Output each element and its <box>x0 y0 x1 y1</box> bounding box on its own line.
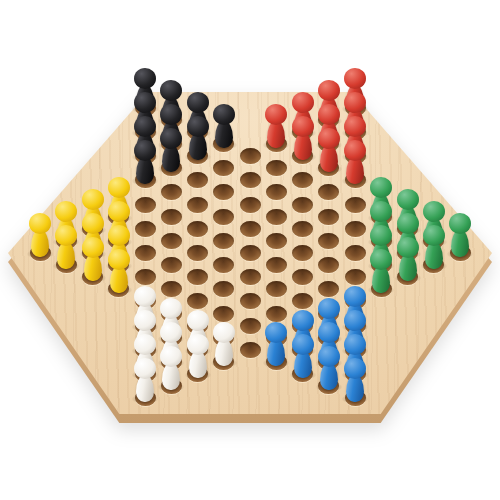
peg-red[interactable] <box>342 140 368 186</box>
peg-yellow[interactable] <box>53 225 79 271</box>
peg-body <box>215 121 233 148</box>
peg-head <box>160 104 182 125</box>
board-hole[interactable] <box>318 233 339 249</box>
board-hole[interactable] <box>266 209 287 225</box>
peg-blue[interactable] <box>342 358 368 404</box>
peg-white[interactable] <box>158 346 184 392</box>
peg-green[interactable] <box>421 225 447 271</box>
peg-head <box>423 201 445 222</box>
peg-head <box>213 322 235 343</box>
peg-body <box>189 133 207 160</box>
peg-body <box>110 266 128 293</box>
board-hole[interactable] <box>345 197 366 213</box>
peg-head <box>292 334 314 355</box>
peg-body <box>31 230 49 257</box>
board-hole[interactable] <box>240 197 261 213</box>
peg-head <box>318 80 340 101</box>
board-hole[interactable] <box>213 233 234 249</box>
board-hole[interactable] <box>318 209 339 225</box>
peg-blue[interactable] <box>316 346 342 392</box>
peg-head <box>213 104 235 125</box>
peg-body <box>267 121 285 148</box>
peg-white[interactable] <box>132 358 158 404</box>
board-hole[interactable] <box>345 269 366 285</box>
peg-black[interactable] <box>158 128 184 174</box>
peg-body <box>425 242 443 269</box>
peg-red[interactable] <box>316 128 342 174</box>
peg-body <box>267 339 285 366</box>
peg-head <box>344 286 366 307</box>
board-hole[interactable] <box>187 245 208 261</box>
board-hole[interactable] <box>292 221 313 237</box>
peg-head <box>108 177 130 198</box>
peg-head <box>344 68 366 89</box>
peg-head <box>160 80 182 101</box>
peg-head <box>318 128 340 149</box>
peg-body <box>320 363 338 390</box>
peg-white[interactable] <box>185 334 211 380</box>
board-hole[interactable] <box>292 197 313 213</box>
peg-body <box>136 157 154 184</box>
peg-head <box>344 116 366 137</box>
board-hole[interactable] <box>266 160 287 176</box>
peg-body <box>189 351 207 378</box>
peg-blue[interactable] <box>290 334 316 380</box>
peg-body <box>346 375 364 402</box>
peg-head <box>134 358 156 379</box>
peg-head <box>134 310 156 331</box>
board-hole[interactable] <box>240 221 261 237</box>
board-hole[interactable] <box>161 233 182 249</box>
board-hole[interactable] <box>161 209 182 225</box>
peg-head <box>344 140 366 161</box>
peg-head <box>318 346 340 367</box>
peg-head <box>160 322 182 343</box>
peg-body <box>162 363 180 390</box>
board-hole[interactable] <box>240 342 261 358</box>
peg-red[interactable] <box>290 116 316 162</box>
board-hole[interactable] <box>240 245 261 261</box>
peg-head <box>318 104 340 125</box>
peg-black[interactable] <box>132 140 158 186</box>
peg-body <box>320 145 338 172</box>
peg-head <box>344 92 366 113</box>
peg-head <box>134 92 156 113</box>
board-hole[interactable] <box>240 318 261 334</box>
peg-head <box>55 201 77 222</box>
peg-head <box>397 237 419 258</box>
peg-head <box>449 213 471 234</box>
peg-head <box>82 213 104 234</box>
peg-yellow[interactable] <box>106 249 132 295</box>
peg-head <box>134 286 156 307</box>
board-hole[interactable] <box>292 245 313 261</box>
peg-head <box>370 249 392 270</box>
peg-yellow[interactable] <box>80 237 106 283</box>
peg-body <box>84 254 102 281</box>
peg-white[interactable] <box>211 322 237 368</box>
board-hole[interactable] <box>266 306 287 322</box>
peg-head <box>423 225 445 246</box>
peg-head <box>160 346 182 367</box>
peg-body <box>372 266 390 293</box>
peg-head <box>134 116 156 137</box>
peg-head <box>265 322 287 343</box>
peg-head <box>134 68 156 89</box>
board-hole[interactable] <box>240 172 261 188</box>
peg-head <box>292 310 314 331</box>
peg-head <box>397 189 419 210</box>
peg-head <box>55 225 77 246</box>
peg-yellow[interactable] <box>27 213 53 259</box>
peg-head <box>134 140 156 161</box>
peg-green[interactable] <box>447 213 473 259</box>
peg-head <box>108 249 130 270</box>
peg-green[interactable] <box>368 249 394 295</box>
peg-black[interactable] <box>185 116 211 162</box>
peg-head <box>108 225 130 246</box>
peg-body <box>162 145 180 172</box>
board-hole[interactable] <box>187 221 208 237</box>
peg-head <box>318 298 340 319</box>
product-photo <box>0 0 500 500</box>
board-hole[interactable] <box>161 257 182 273</box>
peg-head <box>134 334 156 355</box>
peg-body <box>399 254 417 281</box>
peg-head <box>160 298 182 319</box>
peg-body <box>57 242 75 269</box>
peg-head <box>265 104 287 125</box>
peg-head <box>187 92 209 113</box>
peg-head <box>187 310 209 331</box>
peg-head <box>160 128 182 149</box>
peg-blue[interactable] <box>263 322 289 368</box>
peg-head <box>29 213 51 234</box>
peg-head <box>370 225 392 246</box>
peg-head <box>397 213 419 234</box>
peg-black[interactable] <box>211 104 237 150</box>
peg-head <box>187 116 209 137</box>
peg-head <box>187 334 209 355</box>
peg-head <box>344 358 366 379</box>
board-hole[interactable] <box>345 221 366 237</box>
peg-head <box>370 177 392 198</box>
peg-head <box>292 116 314 137</box>
peg-body <box>346 157 364 184</box>
board-hole[interactable] <box>135 197 156 213</box>
board-hole[interactable] <box>266 233 287 249</box>
peg-red[interactable] <box>263 104 289 150</box>
peg-body <box>215 339 233 366</box>
board-hole[interactable] <box>240 148 261 164</box>
peg-head <box>292 92 314 113</box>
board-hole[interactable] <box>213 209 234 225</box>
peg-body <box>294 351 312 378</box>
peg-body <box>451 230 469 257</box>
peg-green[interactable] <box>395 237 421 283</box>
peg-head <box>82 189 104 210</box>
peg-head <box>344 310 366 331</box>
peg-head <box>344 334 366 355</box>
peg-head <box>82 237 104 258</box>
peg-body <box>294 133 312 160</box>
peg-head <box>318 322 340 343</box>
board-hole[interactable] <box>266 257 287 273</box>
peg-head <box>108 201 130 222</box>
peg-body <box>136 375 154 402</box>
board-hole[interactable] <box>213 306 234 322</box>
board-hole[interactable] <box>240 269 261 285</box>
board-hole[interactable] <box>135 269 156 285</box>
board-hole[interactable] <box>345 245 366 261</box>
board-hole[interactable] <box>187 197 208 213</box>
peg-head <box>370 201 392 222</box>
board-hole[interactable] <box>135 245 156 261</box>
board-hole[interactable] <box>135 221 156 237</box>
